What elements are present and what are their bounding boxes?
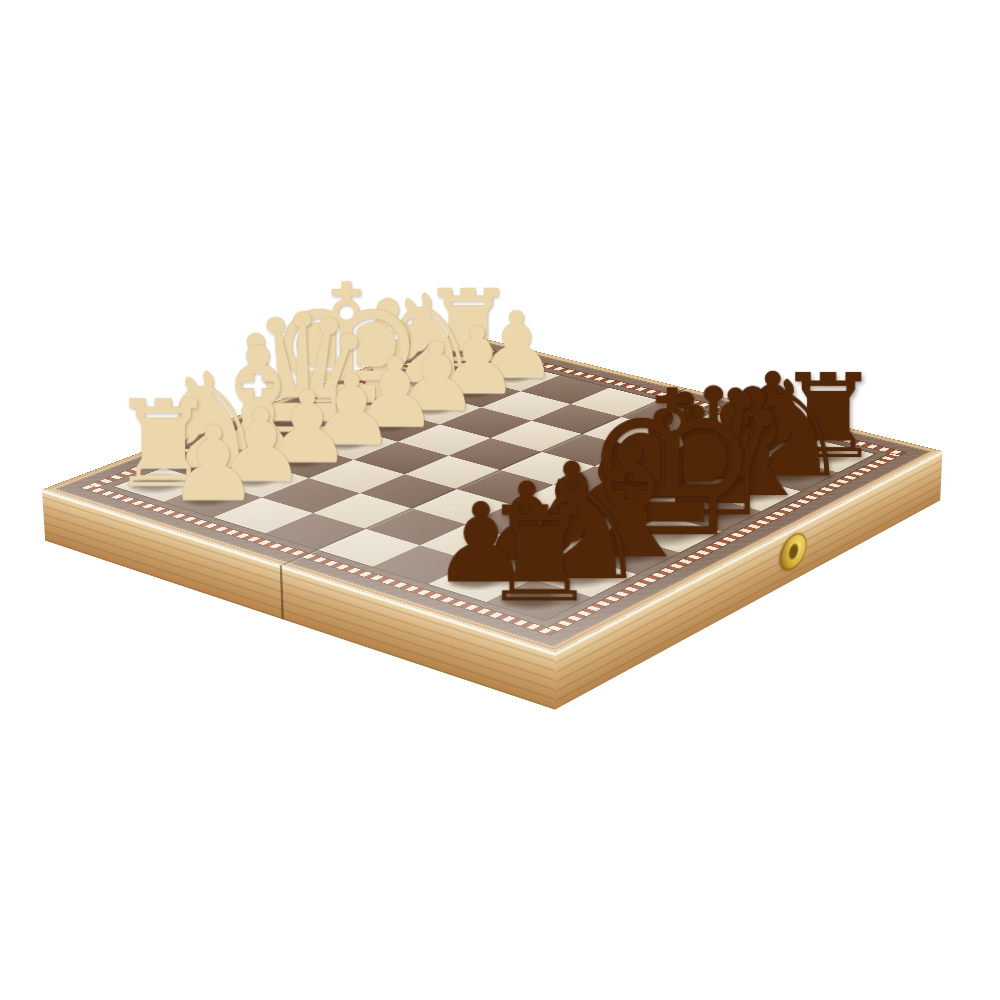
product-photo-stage: Product photo of a folding wooden chess … [0, 0, 1000, 1000]
perspective-scene: ♜♟♟♜♞♟♟♞♝♟♟♝♚♟♟♛♛♟♟♚♝♟♟♝♞♟♟♞♜♟♟♜ [0, 0, 1000, 1000]
board-top: ♜♟♟♜♞♟♟♞♝♟♟♝♚♟♟♛♛♟♟♚♝♟♟♝♞♟♟♞♜♟♟♜ [42, 332, 943, 652]
fold-seam-notch [280, 565, 284, 620]
chess-case: ♜♟♟♜♞♟♟♞♝♟♟♝♚♟♟♛♛♟♟♚♝♟♟♝♞♟♟♞♜♟♟♜ [42, 332, 943, 652]
brass-clasp-icon [779, 527, 807, 576]
